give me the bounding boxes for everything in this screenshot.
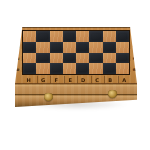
- square-e5: [63, 31, 76, 42]
- square-g6: [36, 42, 49, 53]
- file-label-b: B: [104, 76, 115, 84]
- square-f6: [50, 42, 63, 53]
- square-e7: [63, 53, 76, 64]
- square-f5: [50, 31, 63, 42]
- square-h8: [23, 63, 36, 74]
- square-b7: [103, 53, 116, 64]
- square-c7: [89, 53, 102, 64]
- chessboard-half: [22, 30, 130, 75]
- rank-label-5: 5: [15, 33, 23, 38]
- square-f8: [50, 63, 63, 74]
- square-b6: [103, 42, 116, 53]
- square-g5: [36, 31, 49, 42]
- file-label-h: H: [23, 76, 34, 84]
- rank-label-5: 5: [130, 33, 138, 38]
- file-label-f: F: [50, 76, 61, 84]
- file-label-e: E: [64, 76, 75, 84]
- square-c5: [89, 31, 102, 42]
- square-h5: [23, 31, 36, 42]
- product-photo-background: 5678 5678 HGFEDCBA: [0, 0, 150, 150]
- folding-chess-box: 5678 5678 HGFEDCBA: [15, 27, 137, 107]
- rank-labels-right: 5678: [130, 30, 137, 75]
- box-front-panel: [15, 84, 137, 107]
- square-b5: [103, 31, 116, 42]
- file-label-a: A: [118, 76, 129, 84]
- board-lid: 5678 5678 HGFEDCBA: [15, 27, 137, 84]
- lid-seam: [15, 94, 137, 95]
- rank-label-8: 8: [130, 67, 138, 72]
- rank-label-8: 8: [15, 67, 23, 72]
- rank-labels-left: 5678: [15, 30, 22, 75]
- file-label-c: C: [91, 76, 102, 84]
- square-f7: [50, 53, 63, 64]
- brass-clasp-left-icon: [44, 93, 53, 101]
- square-d5: [76, 31, 89, 42]
- brass-clasp-right-icon: [108, 90, 117, 98]
- square-h7: [23, 53, 36, 64]
- file-labels: HGFEDCBA: [22, 75, 130, 84]
- square-a5: [116, 31, 129, 42]
- rank-label-7: 7: [130, 56, 138, 61]
- file-label-g: G: [37, 76, 48, 84]
- square-h6: [23, 42, 36, 53]
- file-label-d: D: [77, 76, 88, 84]
- square-e6: [63, 42, 76, 53]
- square-d7: [76, 53, 89, 64]
- rank-label-7: 7: [15, 56, 23, 61]
- square-b8: [103, 63, 116, 74]
- rank-label-6: 6: [130, 44, 138, 49]
- square-e8: [63, 63, 76, 74]
- chessboard-squares: [23, 31, 129, 74]
- square-a7: [116, 53, 129, 64]
- square-a6: [116, 42, 129, 53]
- square-c8: [89, 63, 102, 74]
- square-d6: [76, 42, 89, 53]
- rank-label-6: 6: [15, 44, 23, 49]
- square-g7: [36, 53, 49, 64]
- square-g8: [36, 63, 49, 74]
- square-d8: [76, 63, 89, 74]
- square-a8: [116, 63, 129, 74]
- square-c6: [89, 42, 102, 53]
